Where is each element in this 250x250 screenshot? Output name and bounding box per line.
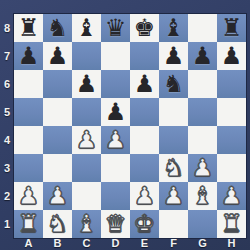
square-f1[interactable]: [159, 210, 188, 238]
white-rook-h1: ♜: [221, 210, 243, 238]
square-c7[interactable]: [72, 42, 101, 70]
black-pawn-c6: ♟: [76, 70, 98, 98]
square-d3[interactable]: [101, 154, 130, 182]
chess-board: ♜♞♝♛♚♝♜♟♟♟♟♟♟♟♞♟♟♟♞♟♟♟♟♟♝♟♜♞♝♛♚♜: [14, 14, 246, 238]
black-knight-b8: ♞: [47, 14, 69, 42]
square-d6[interactable]: [101, 70, 130, 98]
square-f6[interactable]: ♞: [159, 70, 188, 98]
square-e5[interactable]: [130, 98, 159, 126]
square-a2[interactable]: ♟: [14, 182, 43, 210]
black-pawn-a7: ♟: [18, 42, 40, 70]
file-label-e: E: [130, 236, 159, 250]
square-f2[interactable]: ♟: [159, 182, 188, 210]
file-label-c: C: [72, 236, 101, 250]
black-king-e8: ♚: [134, 14, 156, 42]
square-g6[interactable]: [188, 70, 217, 98]
square-h6[interactable]: [217, 70, 246, 98]
white-pawn-a2: ♟: [18, 182, 40, 210]
square-a8[interactable]: ♜: [14, 14, 43, 42]
square-c8[interactable]: ♝: [72, 14, 101, 42]
black-rook-h8: ♜: [221, 14, 243, 42]
white-pawn-b2: ♟: [47, 182, 69, 210]
white-pawn-d4: ♟: [105, 126, 127, 154]
square-a6[interactable]: [14, 70, 43, 98]
square-b5[interactable]: [43, 98, 72, 126]
square-a4[interactable]: [14, 126, 43, 154]
square-c3[interactable]: [72, 154, 101, 182]
square-e4[interactable]: [130, 126, 159, 154]
square-b7[interactable]: ♟: [43, 42, 72, 70]
white-pawn-f2: ♟: [163, 182, 185, 210]
square-e3[interactable]: [130, 154, 159, 182]
square-f8[interactable]: ♝: [159, 14, 188, 42]
square-f5[interactable]: [159, 98, 188, 126]
square-h7[interactable]: ♟: [217, 42, 246, 70]
square-g2[interactable]: ♝: [188, 182, 217, 210]
rank-label-1: 1: [0, 210, 14, 238]
white-king-e1: ♚: [134, 210, 156, 238]
white-pawn-g3: ♟: [192, 154, 214, 182]
white-bishop-c1: ♝: [76, 210, 98, 238]
square-e6[interactable]: ♟: [130, 70, 159, 98]
square-a1[interactable]: ♜: [14, 210, 43, 238]
black-pawn-d5: ♟: [105, 98, 127, 126]
square-c1[interactable]: ♝: [72, 210, 101, 238]
white-pawn-e2: ♟: [134, 182, 156, 210]
square-h1[interactable]: ♜: [217, 210, 246, 238]
square-d1[interactable]: ♛: [101, 210, 130, 238]
square-e1[interactable]: ♚: [130, 210, 159, 238]
square-d5[interactable]: ♟: [101, 98, 130, 126]
square-g5[interactable]: [188, 98, 217, 126]
square-a7[interactable]: ♟: [14, 42, 43, 70]
black-bishop-c8: ♝: [76, 14, 98, 42]
rank-label-3: 3: [0, 154, 14, 182]
rank-label-4: 4: [0, 126, 14, 154]
square-d4[interactable]: ♟: [101, 126, 130, 154]
square-a5[interactable]: [14, 98, 43, 126]
file-label-a: A: [14, 236, 43, 250]
file-label-d: D: [101, 236, 130, 250]
square-d7[interactable]: [101, 42, 130, 70]
square-e7[interactable]: [130, 42, 159, 70]
square-h2[interactable]: ♟: [217, 182, 246, 210]
black-pawn-h7: ♟: [221, 42, 243, 70]
square-d8[interactable]: ♛: [101, 14, 130, 42]
black-bishop-f8: ♝: [163, 14, 185, 42]
rank-label-6: 6: [0, 70, 14, 98]
square-d2[interactable]: [101, 182, 130, 210]
file-label-g: G: [188, 236, 217, 250]
file-label-f: F: [159, 236, 188, 250]
square-g3[interactable]: ♟: [188, 154, 217, 182]
square-h5[interactable]: [217, 98, 246, 126]
rank-label-7: 7: [0, 42, 14, 70]
rank-label-5: 5: [0, 98, 14, 126]
file-labels: A B C D E F G H: [14, 236, 246, 250]
white-bishop-g2: ♝: [192, 182, 214, 210]
white-pawn-h2: ♟: [221, 182, 243, 210]
black-pawn-g7: ♟: [192, 42, 214, 70]
black-pawn-e6: ♟: [134, 70, 156, 98]
rank-label-8: 8: [0, 14, 14, 42]
black-pawn-f7: ♟: [163, 42, 185, 70]
square-b3[interactable]: [43, 154, 72, 182]
black-rook-a8: ♜: [18, 14, 40, 42]
square-e2[interactable]: ♟: [130, 182, 159, 210]
white-knight-b1: ♞: [47, 210, 69, 238]
square-b2[interactable]: ♟: [43, 182, 72, 210]
square-c2[interactable]: [72, 182, 101, 210]
square-e8[interactable]: ♚: [130, 14, 159, 42]
chess-diagram: 8 7 6 5 4 3 2 1 ♜♞♝♛♚♝♜♟♟♟♟♟♟♟♞♟♟♟♞♟♟♟♟♟…: [0, 0, 250, 250]
square-a3[interactable]: [14, 154, 43, 182]
file-label-h: H: [217, 236, 246, 250]
square-h4[interactable]: [217, 126, 246, 154]
file-label-b: B: [43, 236, 72, 250]
square-f4[interactable]: [159, 126, 188, 154]
square-h8[interactable]: ♜: [217, 14, 246, 42]
square-c6[interactable]: ♟: [72, 70, 101, 98]
black-knight-f6: ♞: [163, 70, 185, 98]
square-f3[interactable]: ♞: [159, 154, 188, 182]
square-g4[interactable]: [188, 126, 217, 154]
square-h3[interactable]: [217, 154, 246, 182]
black-pawn-b7: ♟: [47, 42, 69, 70]
square-b4[interactable]: [43, 126, 72, 154]
square-g7[interactable]: ♟: [188, 42, 217, 70]
square-f7[interactable]: ♟: [159, 42, 188, 70]
square-b6[interactable]: [43, 70, 72, 98]
square-c4[interactable]: ♟: [72, 126, 101, 154]
square-b8[interactable]: ♞: [43, 14, 72, 42]
rank-labels: 8 7 6 5 4 3 2 1: [0, 14, 14, 238]
square-g1[interactable]: [188, 210, 217, 238]
black-queen-d8: ♛: [105, 14, 127, 42]
rank-label-2: 2: [0, 182, 14, 210]
white-knight-f3: ♞: [163, 154, 185, 182]
square-b1[interactable]: ♞: [43, 210, 72, 238]
square-g8[interactable]: [188, 14, 217, 42]
white-queen-d1: ♛: [105, 210, 127, 238]
white-pawn-c4: ♟: [76, 126, 98, 154]
white-rook-a1: ♜: [18, 210, 40, 238]
square-c5[interactable]: [72, 98, 101, 126]
